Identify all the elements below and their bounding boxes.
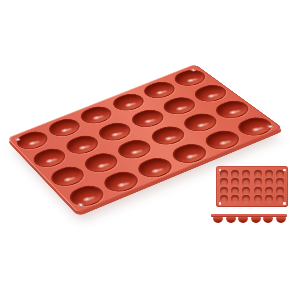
mold-cavity — [98, 168, 143, 196]
side-view-cup — [276, 217, 286, 223]
side-view-cup — [263, 217, 273, 223]
top-view-cavity — [265, 187, 273, 195]
top-view-cavity — [231, 170, 239, 178]
side-view-cup — [213, 217, 223, 223]
top-view-cavity — [254, 195, 262, 203]
top-view-cavity — [231, 178, 239, 186]
top-view-cavity — [254, 187, 262, 195]
mold-cavity — [199, 127, 245, 153]
thumbnail-top-view[interactable] — [216, 166, 288, 207]
side-view-cup — [226, 217, 236, 223]
top-view-cavity — [242, 195, 250, 203]
top-view-cavity — [242, 170, 250, 178]
top-view-cavity — [242, 178, 250, 186]
top-view-hole — [283, 169, 286, 172]
top-view-cavity — [220, 187, 228, 195]
side-view-cup — [238, 217, 248, 223]
top-view-hole — [219, 169, 222, 172]
cavity-grid — [7, 64, 195, 138]
top-view-cavity — [220, 170, 228, 178]
top-view-cavity — [276, 178, 284, 186]
top-view-cavity — [276, 170, 284, 178]
product-photo — [0, 0, 290, 290]
top-view-cavity — [220, 195, 228, 203]
top-view-cavity — [231, 187, 239, 195]
mold-cavity — [132, 154, 178, 181]
top-view-cavity — [254, 178, 262, 186]
thumbnail-side-view[interactable] — [211, 214, 287, 223]
top-view-cavity — [220, 178, 228, 186]
top-view-cavity — [242, 187, 250, 195]
top-view-cavity — [265, 178, 273, 186]
top-view-hole — [283, 202, 286, 205]
top-view-cavity — [276, 187, 284, 195]
top-view-cavity — [265, 170, 273, 178]
top-view-cavity — [231, 195, 239, 203]
side-view-cup — [251, 217, 261, 223]
mold-cavity — [166, 140, 212, 166]
mold-cavity — [63, 182, 108, 210]
top-view-cavity — [265, 195, 273, 203]
top-view-cavity — [254, 170, 262, 178]
top-view-hole — [219, 202, 222, 205]
